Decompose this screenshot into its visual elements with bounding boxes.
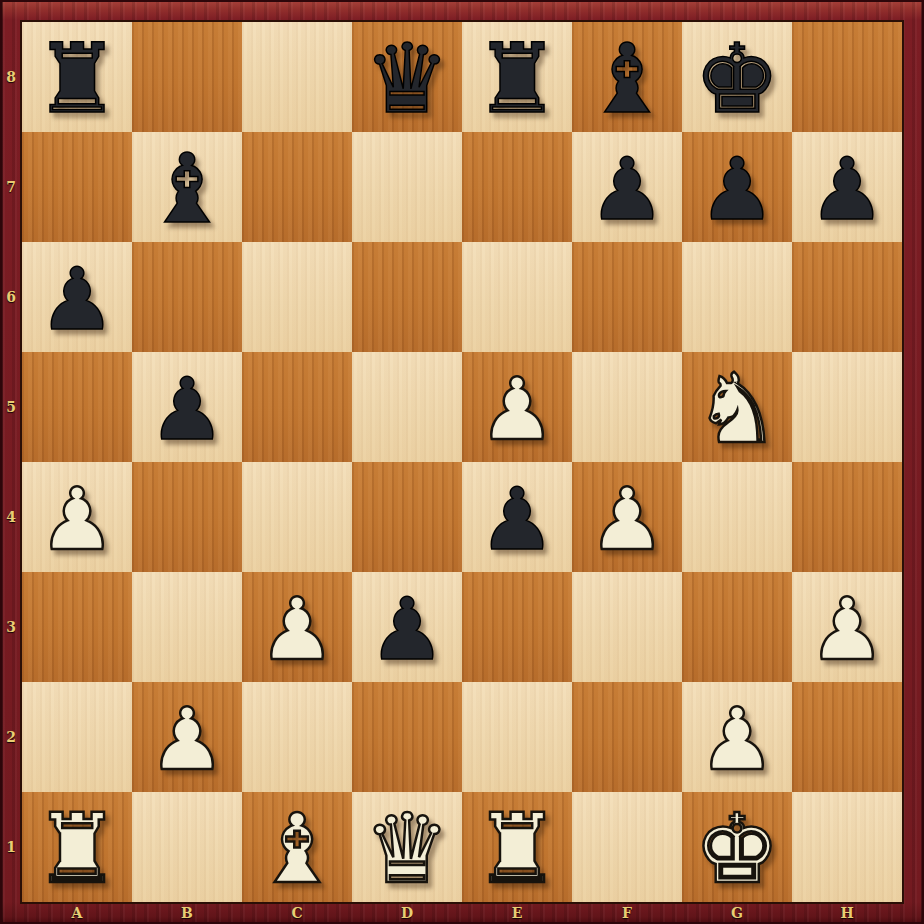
piece-white-knight[interactable]: ♞	[682, 352, 792, 462]
square-c4[interactable]	[242, 462, 352, 572]
chess-board-frame: 87654321 ABCDEFGH ♜♛♜♝♚♝♟♟♟♟♟♟♞♟♟♟♟♟♟♟♟♜…	[0, 0, 924, 924]
piece-white-pawn[interactable]: ♟	[242, 572, 352, 682]
file-label-f: F	[572, 902, 682, 924]
piece-black-pawn[interactable]: ♟	[462, 462, 572, 572]
square-f3[interactable]	[572, 572, 682, 682]
square-d1[interactable]: ♛	[352, 792, 462, 902]
square-d5[interactable]	[352, 352, 462, 462]
square-a6[interactable]: ♟	[22, 242, 132, 352]
square-a4[interactable]: ♟	[22, 462, 132, 572]
square-d3[interactable]: ♟	[352, 572, 462, 682]
square-f8[interactable]: ♝	[572, 22, 682, 132]
square-a5[interactable]	[22, 352, 132, 462]
rank-labels: 87654321	[0, 22, 22, 902]
piece-white-rook[interactable]: ♜	[462, 792, 572, 902]
piece-black-rook[interactable]: ♜	[22, 22, 132, 132]
rank-label-3: 3	[0, 572, 22, 682]
square-e7[interactable]	[462, 132, 572, 242]
square-b5[interactable]: ♟	[132, 352, 242, 462]
square-g6[interactable]	[682, 242, 792, 352]
square-e2[interactable]	[462, 682, 572, 792]
piece-white-pawn[interactable]: ♟	[22, 462, 132, 572]
square-g3[interactable]	[682, 572, 792, 682]
square-f4[interactable]: ♟	[572, 462, 682, 572]
square-h5[interactable]	[792, 352, 902, 462]
square-e8[interactable]: ♜	[462, 22, 572, 132]
square-e5[interactable]: ♟	[462, 352, 572, 462]
square-e6[interactable]	[462, 242, 572, 352]
piece-black-pawn[interactable]: ♟	[682, 132, 792, 242]
piece-white-king[interactable]: ♚	[682, 792, 792, 902]
square-g4[interactable]	[682, 462, 792, 572]
piece-black-pawn[interactable]: ♟	[132, 352, 242, 462]
square-g7[interactable]: ♟	[682, 132, 792, 242]
piece-black-pawn[interactable]: ♟	[352, 572, 462, 682]
rank-label-8: 8	[0, 22, 22, 132]
file-labels: ABCDEFGH	[22, 902, 902, 924]
square-e1[interactable]: ♜	[462, 792, 572, 902]
square-g1[interactable]: ♚	[682, 792, 792, 902]
rank-label-7: 7	[0, 132, 22, 242]
square-g2[interactable]: ♟	[682, 682, 792, 792]
piece-black-pawn[interactable]: ♟	[792, 132, 902, 242]
piece-white-bishop[interactable]: ♝	[242, 792, 352, 902]
piece-white-pawn[interactable]: ♟	[682, 682, 792, 792]
square-c3[interactable]: ♟	[242, 572, 352, 682]
square-c2[interactable]	[242, 682, 352, 792]
square-g8[interactable]: ♚	[682, 22, 792, 132]
rank-label-2: 2	[0, 682, 22, 792]
square-b3[interactable]	[132, 572, 242, 682]
square-b7[interactable]: ♝	[132, 132, 242, 242]
rank-label-4: 4	[0, 462, 22, 572]
square-c5[interactable]	[242, 352, 352, 462]
piece-white-pawn[interactable]: ♟	[462, 352, 572, 462]
square-h2[interactable]	[792, 682, 902, 792]
square-h1[interactable]	[792, 792, 902, 902]
square-d6[interactable]	[352, 242, 462, 352]
piece-white-queen[interactable]: ♛	[352, 792, 462, 902]
square-a3[interactable]	[22, 572, 132, 682]
rank-label-1: 1	[0, 792, 22, 902]
file-label-c: C	[242, 902, 352, 924]
square-d8[interactable]: ♛	[352, 22, 462, 132]
rank-label-6: 6	[0, 242, 22, 352]
file-label-h: H	[792, 902, 902, 924]
square-b1[interactable]	[132, 792, 242, 902]
square-c7[interactable]	[242, 132, 352, 242]
square-h3[interactable]: ♟	[792, 572, 902, 682]
square-h6[interactable]	[792, 242, 902, 352]
square-g5[interactable]: ♞	[682, 352, 792, 462]
rank-label-5: 5	[0, 352, 22, 462]
piece-black-rook[interactable]: ♜	[462, 22, 572, 132]
piece-black-pawn[interactable]: ♟	[22, 242, 132, 352]
square-b2[interactable]: ♟	[132, 682, 242, 792]
piece-white-pawn[interactable]: ♟	[792, 572, 902, 682]
square-a2[interactable]	[22, 682, 132, 792]
piece-black-pawn[interactable]: ♟	[572, 132, 682, 242]
piece-black-queen[interactable]: ♛	[352, 22, 462, 132]
piece-white-rook[interactable]: ♜	[22, 792, 132, 902]
square-h4[interactable]	[792, 462, 902, 572]
chess-board: ♜♛♜♝♚♝♟♟♟♟♟♟♞♟♟♟♟♟♟♟♟♜♝♛♜♚	[22, 22, 902, 902]
square-c8[interactable]	[242, 22, 352, 132]
square-c1[interactable]: ♝	[242, 792, 352, 902]
file-label-e: E	[462, 902, 572, 924]
file-label-a: A	[22, 902, 132, 924]
piece-white-pawn[interactable]: ♟	[132, 682, 242, 792]
square-d4[interactable]	[352, 462, 462, 572]
square-f5[interactable]	[572, 352, 682, 462]
square-a7[interactable]	[22, 132, 132, 242]
square-e4[interactable]: ♟	[462, 462, 572, 572]
square-f6[interactable]	[572, 242, 682, 352]
piece-white-pawn[interactable]: ♟	[572, 462, 682, 572]
square-b8[interactable]	[132, 22, 242, 132]
square-b4[interactable]	[132, 462, 242, 572]
file-label-b: B	[132, 902, 242, 924]
square-d2[interactable]	[352, 682, 462, 792]
file-label-g: G	[682, 902, 792, 924]
square-c6[interactable]	[242, 242, 352, 352]
file-label-d: D	[352, 902, 462, 924]
piece-black-king[interactable]: ♚	[682, 22, 792, 132]
square-f2[interactable]	[572, 682, 682, 792]
square-a8[interactable]: ♜	[22, 22, 132, 132]
square-h8[interactable]	[792, 22, 902, 132]
square-d7[interactable]	[352, 132, 462, 242]
piece-black-bishop[interactable]: ♝	[132, 132, 242, 242]
square-f1[interactable]	[572, 792, 682, 902]
square-b6[interactable]	[132, 242, 242, 352]
square-a1[interactable]: ♜	[22, 792, 132, 902]
square-h7[interactable]: ♟	[792, 132, 902, 242]
square-e3[interactable]	[462, 572, 572, 682]
square-f7[interactable]: ♟	[572, 132, 682, 242]
piece-black-bishop[interactable]: ♝	[572, 22, 682, 132]
